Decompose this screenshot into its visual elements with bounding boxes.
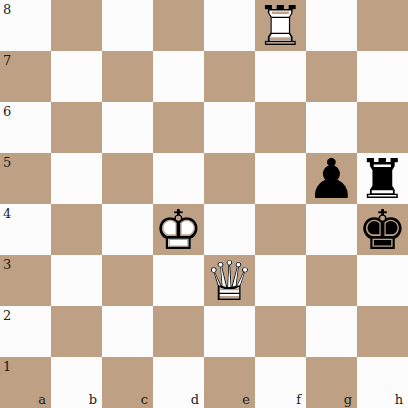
square-f2[interactable] <box>255 306 306 357</box>
square-a5[interactable]: 5 <box>0 153 51 204</box>
square-a1[interactable]: 1a <box>0 357 51 408</box>
square-b7[interactable] <box>51 51 102 102</box>
square-e7[interactable] <box>204 51 255 102</box>
file-label-h: h <box>395 393 403 406</box>
square-g7[interactable] <box>306 51 357 102</box>
rank-label-8: 8 <box>3 3 11 16</box>
square-b2[interactable] <box>51 306 102 357</box>
square-f6[interactable] <box>255 102 306 153</box>
rank-label-1: 1 <box>3 360 11 373</box>
square-c2[interactable] <box>102 306 153 357</box>
square-a8[interactable]: 8 <box>0 0 51 51</box>
square-b8[interactable] <box>51 0 102 51</box>
file-label-d: d <box>191 393 199 406</box>
rank-label-7: 7 <box>3 54 11 67</box>
square-g6[interactable] <box>306 102 357 153</box>
square-h2[interactable] <box>357 306 408 357</box>
square-c1[interactable]: c <box>102 357 153 408</box>
square-f8[interactable]: ♜ <box>255 0 306 51</box>
square-h7[interactable] <box>357 51 408 102</box>
square-g5[interactable]: ♟ <box>306 153 357 204</box>
piece-black-pawn-g5[interactable]: ♟ <box>306 153 357 204</box>
file-label-g: g <box>344 393 352 406</box>
square-g3[interactable] <box>306 255 357 306</box>
square-a4[interactable]: 4 <box>0 204 51 255</box>
file-label-b: b <box>89 393 97 406</box>
square-g2[interactable] <box>306 306 357 357</box>
square-b5[interactable] <box>51 153 102 204</box>
square-e1[interactable]: e <box>204 357 255 408</box>
square-f4[interactable] <box>255 204 306 255</box>
rank-label-2: 2 <box>3 309 11 322</box>
file-label-a: a <box>38 393 46 406</box>
square-a6[interactable]: 6 <box>0 102 51 153</box>
square-d1[interactable]: d <box>153 357 204 408</box>
piece-black-king-h4[interactable]: ♚ <box>357 204 408 255</box>
piece-black-rook-h5[interactable]: ♜ <box>357 153 408 204</box>
square-d5[interactable] <box>153 153 204 204</box>
square-h5[interactable]: ♜ <box>357 153 408 204</box>
square-a2[interactable]: 2 <box>0 306 51 357</box>
square-e8[interactable] <box>204 0 255 51</box>
square-g8[interactable] <box>306 0 357 51</box>
square-e5[interactable] <box>204 153 255 204</box>
square-a7[interactable]: 7 <box>0 51 51 102</box>
square-d6[interactable] <box>153 102 204 153</box>
square-b6[interactable] <box>51 102 102 153</box>
square-h3[interactable] <box>357 255 408 306</box>
square-g4[interactable] <box>306 204 357 255</box>
square-a3[interactable]: 3 <box>0 255 51 306</box>
piece-white-king-d4[interactable]: ♚ <box>153 204 204 255</box>
file-label-c: c <box>141 393 148 406</box>
square-g1[interactable]: g <box>306 357 357 408</box>
square-d2[interactable] <box>153 306 204 357</box>
square-f1[interactable]: f <box>255 357 306 408</box>
file-label-e: e <box>242 393 250 406</box>
piece-white-rook-f8[interactable]: ♜ <box>255 0 306 51</box>
square-h4[interactable]: ♚ <box>357 204 408 255</box>
square-b4[interactable] <box>51 204 102 255</box>
piece-white-queen-e3[interactable]: ♛ <box>204 255 255 306</box>
rank-label-3: 3 <box>3 258 11 271</box>
rank-label-4: 4 <box>3 207 11 220</box>
square-b3[interactable] <box>51 255 102 306</box>
square-c3[interactable] <box>102 255 153 306</box>
square-c4[interactable] <box>102 204 153 255</box>
square-h8[interactable] <box>357 0 408 51</box>
square-e4[interactable] <box>204 204 255 255</box>
file-label-f: f <box>296 393 301 406</box>
square-c5[interactable] <box>102 153 153 204</box>
square-c8[interactable] <box>102 0 153 51</box>
square-d8[interactable] <box>153 0 204 51</box>
square-e6[interactable] <box>204 102 255 153</box>
square-f7[interactable] <box>255 51 306 102</box>
square-b1[interactable]: b <box>51 357 102 408</box>
square-e2[interactable] <box>204 306 255 357</box>
square-d3[interactable] <box>153 255 204 306</box>
rank-label-5: 5 <box>3 156 11 169</box>
square-d7[interactable] <box>153 51 204 102</box>
square-d4[interactable]: ♚ <box>153 204 204 255</box>
square-e3[interactable]: ♛ <box>204 255 255 306</box>
rank-label-6: 6 <box>3 105 11 118</box>
square-f3[interactable] <box>255 255 306 306</box>
square-h6[interactable] <box>357 102 408 153</box>
square-h1[interactable]: h <box>357 357 408 408</box>
square-f5[interactable] <box>255 153 306 204</box>
square-c7[interactable] <box>102 51 153 102</box>
square-c6[interactable] <box>102 102 153 153</box>
chess-board: 8♜765♟♜4♚♚3♛21abcdefgh <box>0 0 408 408</box>
